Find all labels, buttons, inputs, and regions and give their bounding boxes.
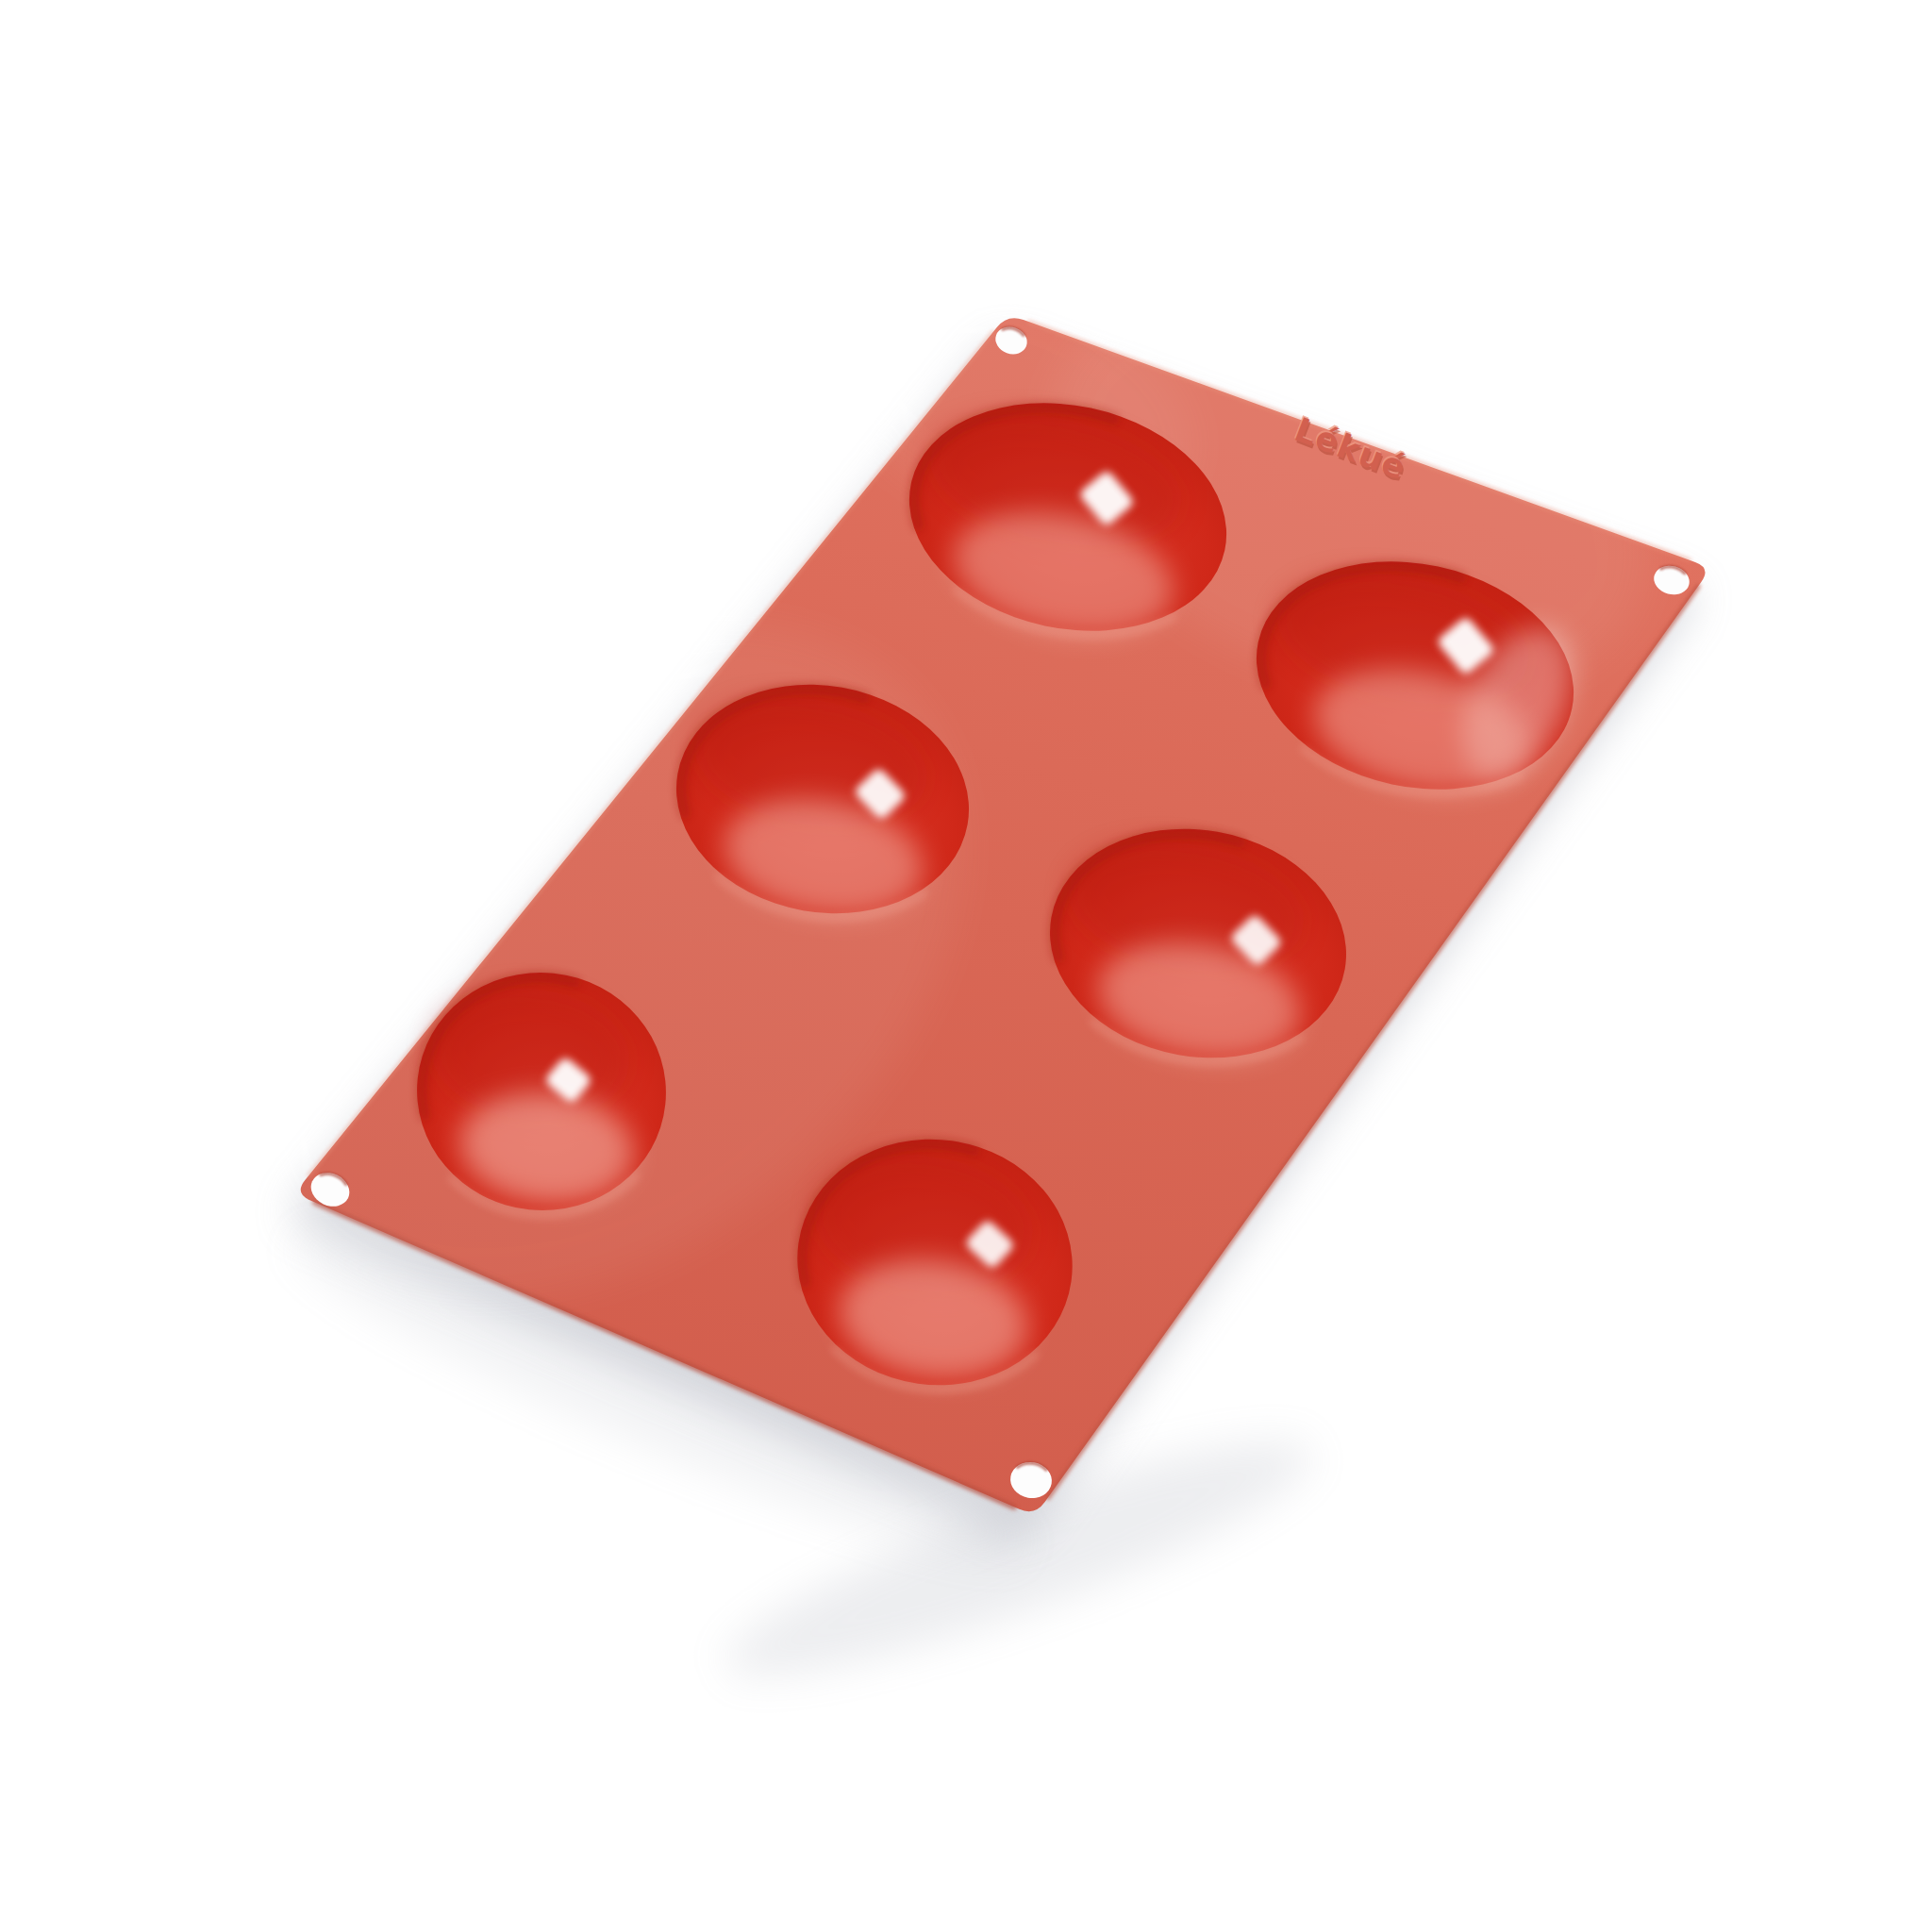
product-photo-canvas: LékuéLékuéLékué [0,0,1932,1932]
product-photo: LékuéLékuéLékué [0,0,1932,1932]
